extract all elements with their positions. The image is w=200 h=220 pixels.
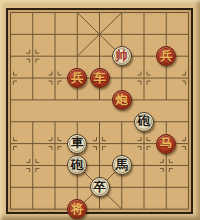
piece-glyph: 炮	[116, 93, 129, 106]
piece-red-general[interactable]: 将	[67, 199, 87, 219]
piece-black-chariot[interactable]: 車	[67, 134, 87, 154]
piece-glyph: 車	[71, 137, 84, 150]
piece-glyph: 马	[160, 137, 173, 150]
piece-red-cannon[interactable]: 炮	[112, 90, 132, 110]
piece-glyph: 兵	[160, 49, 173, 62]
piece-red-chariot[interactable]: 车	[90, 68, 110, 88]
piece-black-horse[interactable]: 馬	[112, 155, 132, 175]
piece-glyph: 车	[93, 71, 106, 84]
piece-glyph: 砲	[138, 115, 151, 128]
piece-glyph: 砲	[71, 159, 84, 172]
piece-red-soldier[interactable]: 兵	[67, 68, 87, 88]
piece-red-horse[interactable]: 马	[156, 134, 176, 154]
piece-glyph: 将	[71, 202, 84, 215]
piece-black-cannon[interactable]: 砲	[67, 155, 87, 175]
piece-glyph: 卒	[93, 180, 106, 193]
piece-red-soldier[interactable]: 兵	[156, 46, 176, 66]
xiangqi-board: 帅兵兵车炮砲車马砲馬卒将	[0, 0, 200, 220]
piece-glyph: 馬	[116, 159, 129, 172]
piece-black-soldier[interactable]: 卒	[90, 177, 110, 197]
piece-glyph: 兵	[71, 71, 84, 84]
pieces-layer: 帅兵兵车炮砲車马砲馬卒将	[0, 2, 200, 220]
piece-black-general[interactable]: 帅	[112, 46, 132, 66]
piece-black-cannon[interactable]: 砲	[134, 112, 154, 132]
piece-glyph: 帅	[116, 49, 129, 62]
